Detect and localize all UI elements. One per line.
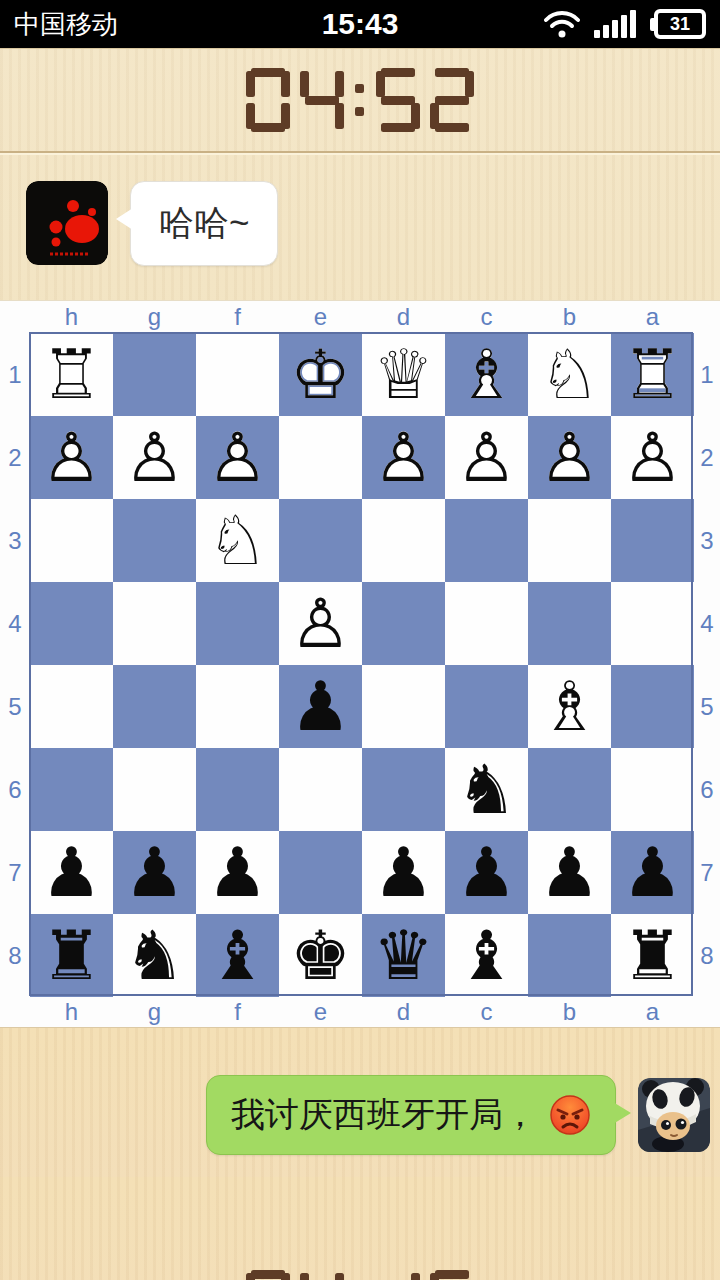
square-a4[interactable]	[611, 582, 694, 665]
file-label-f: f	[196, 301, 279, 333]
white-Q-piece: ♕	[362, 333, 445, 416]
white-N-piece-fill: ♞	[196, 499, 279, 582]
bubble-tail	[613, 1102, 631, 1124]
player-chat-text: 我讨厌西班牙开局，	[231, 1092, 537, 1138]
file-label-bottom-f: f	[196, 997, 279, 1027]
square-d1[interactable]: ♛♕	[362, 333, 445, 416]
white-P-piece: ♙	[113, 416, 196, 499]
signal-bars-icon	[594, 10, 636, 38]
square-f4[interactable]	[196, 582, 279, 665]
square-f8[interactable]: ♝	[196, 914, 279, 997]
square-d7[interactable]: ♟	[362, 831, 445, 914]
square-h5[interactable]	[30, 665, 113, 748]
white-N-piece-fill: ♞	[528, 333, 611, 416]
black-P-piece: ♟	[30, 831, 113, 914]
file-label-bottom-e: e	[279, 997, 362, 1027]
square-e1[interactable]: ♚♔	[279, 333, 362, 416]
board: hgfedcba1♜♖♚♔♛♕♝♗♞♘♜♖12♟♙♟♙♟♙♟♙♟♙♟♙♟♙23♞…	[0, 301, 720, 1027]
white-P-piece: ♙	[362, 416, 445, 499]
file-label-bottom-d: d	[362, 997, 445, 1027]
file-label-bottom-c: c	[445, 997, 528, 1027]
rank-label-5: 5	[0, 665, 30, 748]
square-d5[interactable]	[362, 665, 445, 748]
square-b7[interactable]: ♟	[528, 831, 611, 914]
file-label-d: d	[362, 301, 445, 333]
wifi-icon	[544, 10, 580, 38]
status-bar: 中国移动 15:43 31	[0, 0, 720, 48]
white-R-piece-fill: ♜	[30, 333, 113, 416]
square-g4[interactable]	[113, 582, 196, 665]
square-d3[interactable]	[362, 499, 445, 582]
timer-digit	[300, 68, 344, 132]
black-R-piece: ♜	[30, 914, 113, 997]
white-P-piece: ♙	[30, 416, 113, 499]
square-c7[interactable]: ♟	[445, 831, 528, 914]
timer-colon	[353, 68, 367, 132]
player-chat-row: 我讨厌西班牙开局，	[0, 1027, 720, 1155]
opponent-chat-row: 哈哈~	[0, 151, 720, 301]
square-e8[interactable]: ♚	[279, 914, 362, 997]
square-c8[interactable]: ♝	[445, 914, 528, 997]
file-label-e: e	[279, 301, 362, 333]
white-B-piece: ♗	[445, 333, 528, 416]
square-c1[interactable]: ♝♗	[445, 333, 528, 416]
square-e7[interactable]	[279, 831, 362, 914]
square-b5[interactable]: ♝♗	[528, 665, 611, 748]
battery-icon: 31	[650, 9, 706, 39]
square-b1[interactable]: ♞♘	[528, 333, 611, 416]
square-h8[interactable]: ♜	[30, 914, 113, 997]
white-K-piece: ♔	[279, 333, 362, 416]
rank-label-right-3: 3	[694, 499, 720, 582]
square-h1[interactable]: ♜♖	[30, 333, 113, 416]
square-g1[interactable]	[113, 333, 196, 416]
black-P-piece: ♟	[611, 831, 694, 914]
opponent-chat-text: 哈哈~	[159, 203, 249, 242]
rank-label-right-5: 5	[694, 665, 720, 748]
opponent-chat-bubble: 哈哈~	[130, 181, 278, 266]
square-a3[interactable]	[611, 499, 694, 582]
opponent-avatar[interactable]	[26, 181, 108, 265]
white-P-piece-fill: ♟	[611, 416, 694, 499]
square-g2[interactable]: ♟♙	[113, 416, 196, 499]
file-label-bottom-a: a	[611, 997, 694, 1027]
player-timer	[0, 1177, 720, 1280]
white-P-piece: ♙	[445, 416, 528, 499]
timer-colon	[353, 1270, 367, 1280]
rank-label-right-1: 1	[694, 333, 720, 416]
square-a2[interactable]: ♟♙	[611, 416, 694, 499]
square-d8[interactable]: ♛	[362, 914, 445, 997]
square-b8[interactable]	[528, 914, 611, 997]
corner	[0, 301, 30, 333]
square-f7[interactable]: ♟	[196, 831, 279, 914]
rank-label-right-2: 2	[694, 416, 720, 499]
black-N-piece: ♞	[445, 748, 528, 831]
square-g7[interactable]: ♟	[113, 831, 196, 914]
rank-label-8: 8	[0, 914, 30, 997]
bubble-tail	[116, 208, 133, 230]
file-label-bottom-b: b	[528, 997, 611, 1027]
square-a6[interactable]	[611, 748, 694, 831]
battery-level: 31	[654, 9, 706, 39]
timer-digit	[376, 1270, 420, 1280]
square-h7[interactable]: ♟	[30, 831, 113, 914]
white-B-piece: ♗	[528, 665, 611, 748]
square-e6[interactable]	[279, 748, 362, 831]
square-a5[interactable]	[611, 665, 694, 748]
square-c3[interactable]	[445, 499, 528, 582]
black-K-piece: ♚	[279, 914, 362, 997]
rank-label-right-4: 4	[694, 582, 720, 665]
white-K-piece-fill: ♚	[279, 333, 362, 416]
black-Q-piece: ♛	[362, 914, 445, 997]
rank-label-7: 7	[0, 831, 30, 914]
square-h4[interactable]	[30, 582, 113, 665]
black-P-piece: ♟	[362, 831, 445, 914]
square-b6[interactable]	[528, 748, 611, 831]
white-N-piece: ♘	[528, 333, 611, 416]
rank-label-right-6: 6	[694, 748, 720, 831]
timer-digit	[430, 68, 474, 132]
chess-app-screen: 中国移动 15:43 31	[0, 0, 720, 1280]
file-label-bottom-h: h	[30, 997, 113, 1027]
rank-label-3: 3	[0, 499, 30, 582]
black-B-piece: ♝	[445, 914, 528, 997]
square-h6[interactable]	[30, 748, 113, 831]
square-h2[interactable]: ♟♙	[30, 416, 113, 499]
white-P-piece: ♙	[528, 416, 611, 499]
white-P-piece-fill: ♟	[279, 582, 362, 665]
square-e5[interactable]: ♟	[279, 665, 362, 748]
corner	[694, 997, 720, 1027]
square-a8[interactable]: ♜	[611, 914, 694, 997]
white-P-piece: ♙	[611, 416, 694, 499]
white-R-piece-fill: ♜	[611, 333, 694, 416]
black-P-piece: ♟	[196, 831, 279, 914]
square-f5[interactable]	[196, 665, 279, 748]
white-P-piece: ♙	[196, 416, 279, 499]
file-label-a: a	[611, 301, 694, 333]
white-P-piece-fill: ♟	[362, 416, 445, 499]
player-chat-bubble: 我讨厌西班牙开局，	[206, 1075, 616, 1155]
black-N-piece: ♞	[113, 914, 196, 997]
square-e3[interactable]	[279, 499, 362, 582]
white-P-piece-fill: ♟	[196, 416, 279, 499]
timer-digit	[246, 68, 290, 132]
file-label-bottom-g: g	[113, 997, 196, 1027]
white-B-piece-fill: ♝	[445, 333, 528, 416]
file-label-h: h	[30, 301, 113, 333]
white-P-piece-fill: ♟	[528, 416, 611, 499]
timer-digit	[376, 68, 420, 132]
square-c5[interactable]	[445, 665, 528, 748]
black-B-piece: ♝	[196, 914, 279, 997]
rank-label-right-8: 8	[694, 914, 720, 997]
white-N-piece: ♘	[196, 499, 279, 582]
black-R-piece: ♜	[611, 914, 694, 997]
square-d6[interactable]	[362, 748, 445, 831]
opponent-timer	[0, 48, 720, 151]
red-paw-logo	[26, 181, 108, 265]
bottom-section: 我讨厌西班牙开局，	[0, 1027, 720, 1277]
square-h3[interactable]	[30, 499, 113, 582]
square-c4[interactable]	[445, 582, 528, 665]
white-R-piece: ♖	[611, 333, 694, 416]
rank-label-2: 2	[0, 416, 30, 499]
file-label-c: c	[445, 301, 528, 333]
black-P-piece: ♟	[279, 665, 362, 748]
square-a7[interactable]: ♟	[611, 831, 694, 914]
file-label-b: b	[528, 301, 611, 333]
square-c2[interactable]: ♟♙	[445, 416, 528, 499]
white-P-piece: ♙	[279, 582, 362, 665]
rank-label-right-7: 7	[694, 831, 720, 914]
white-B-piece-fill: ♝	[528, 665, 611, 748]
square-b3[interactable]	[528, 499, 611, 582]
timer-digit	[300, 1270, 344, 1280]
square-d4[interactable]	[362, 582, 445, 665]
timer-digit	[430, 1270, 474, 1280]
square-e4[interactable]: ♟♙	[279, 582, 362, 665]
white-P-piece-fill: ♟	[113, 416, 196, 499]
square-f6[interactable]	[196, 748, 279, 831]
corner	[694, 301, 720, 333]
rank-label-1: 1	[0, 333, 30, 416]
square-g8[interactable]: ♞	[113, 914, 196, 997]
black-P-piece: ♟	[528, 831, 611, 914]
square-b4[interactable]	[528, 582, 611, 665]
square-f2[interactable]: ♟♙	[196, 416, 279, 499]
square-f3[interactable]: ♞♘	[196, 499, 279, 582]
square-a1[interactable]: ♜♖	[611, 333, 694, 416]
square-f1[interactable]	[196, 333, 279, 416]
black-P-piece: ♟	[113, 831, 196, 914]
white-R-piece: ♖	[30, 333, 113, 416]
black-P-piece: ♟	[445, 831, 528, 914]
rank-label-4: 4	[0, 582, 30, 665]
white-P-piece-fill: ♟	[30, 416, 113, 499]
square-g5[interactable]	[113, 665, 196, 748]
timer-digit	[246, 1270, 290, 1280]
corner	[0, 997, 30, 1027]
square-d2[interactable]: ♟♙	[362, 416, 445, 499]
white-Q-piece-fill: ♛	[362, 333, 445, 416]
square-g3[interactable]	[113, 499, 196, 582]
angry-face-emoji	[549, 1094, 591, 1136]
square-e2[interactable]	[279, 416, 362, 499]
square-c6[interactable]: ♞	[445, 748, 528, 831]
rank-label-6: 6	[0, 748, 30, 831]
square-g6[interactable]	[113, 748, 196, 831]
player-avatar[interactable]	[638, 1078, 710, 1152]
panda-hood-cartoon	[638, 1078, 710, 1152]
white-P-piece-fill: ♟	[445, 416, 528, 499]
board-panel: hgfedcba1♜♖♚♔♛♕♝♗♞♘♜♖12♟♙♟♙♟♙♟♙♟♙♟♙♟♙23♞…	[0, 301, 720, 1027]
file-label-g: g	[113, 301, 196, 333]
square-b2[interactable]: ♟♙	[528, 416, 611, 499]
